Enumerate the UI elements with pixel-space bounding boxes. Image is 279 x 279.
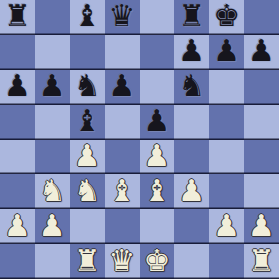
square-g5[interactable] bbox=[209, 105, 244, 140]
square-c3[interactable]: ♞ bbox=[70, 174, 105, 209]
square-f2[interactable] bbox=[174, 209, 209, 244]
square-d3[interactable]: ♝ bbox=[105, 174, 140, 209]
square-g8[interactable]: ♚ bbox=[209, 0, 244, 35]
square-c6[interactable]: ♞ bbox=[70, 70, 105, 105]
square-h8[interactable] bbox=[244, 0, 279, 35]
square-a6[interactable]: ♟ bbox=[0, 70, 35, 105]
square-c8[interactable]: ♝ bbox=[70, 0, 105, 35]
square-a7[interactable] bbox=[0, 35, 35, 70]
square-f8[interactable]: ♜ bbox=[174, 0, 209, 35]
square-f4[interactable] bbox=[174, 140, 209, 175]
square-c7[interactable] bbox=[70, 35, 105, 70]
piece-black-pawn[interactable]: ♟ bbox=[178, 36, 205, 68]
square-d8[interactable]: ♛ bbox=[105, 0, 140, 35]
square-h3[interactable] bbox=[244, 174, 279, 209]
piece-white-knight[interactable]: ♞ bbox=[74, 176, 101, 208]
square-f5[interactable] bbox=[174, 105, 209, 140]
square-f6[interactable]: ♞ bbox=[174, 70, 209, 105]
square-g1[interactable] bbox=[209, 244, 244, 279]
chess-board-container: ♜♝♛♜♚♟♟♟♟♟♞♟♞♝♟♟♟♞♞♝♝♟♟♟♟♟♜♛♚♜ bbox=[0, 0, 279, 279]
piece-black-rook[interactable]: ♜ bbox=[178, 1, 205, 33]
square-h1[interactable]: ♜ bbox=[244, 244, 279, 279]
square-h2[interactable]: ♟ bbox=[244, 209, 279, 244]
square-a3[interactable] bbox=[0, 174, 35, 209]
piece-white-pawn[interactable]: ♟ bbox=[4, 211, 31, 243]
square-h5[interactable] bbox=[244, 105, 279, 140]
square-d1[interactable]: ♛ bbox=[105, 244, 140, 279]
piece-white-pawn[interactable]: ♟ bbox=[248, 211, 275, 243]
square-e3[interactable]: ♝ bbox=[140, 174, 175, 209]
square-e1[interactable]: ♚ bbox=[140, 244, 175, 279]
square-e2[interactable] bbox=[140, 209, 175, 244]
square-f3[interactable]: ♟ bbox=[174, 174, 209, 209]
square-h6[interactable] bbox=[244, 70, 279, 105]
square-e4[interactable]: ♟ bbox=[140, 140, 175, 175]
square-b4[interactable] bbox=[35, 140, 70, 175]
piece-white-pawn[interactable]: ♟ bbox=[213, 211, 240, 243]
square-a2[interactable]: ♟ bbox=[0, 209, 35, 244]
piece-black-pawn[interactable]: ♟ bbox=[4, 71, 31, 103]
square-a5[interactable] bbox=[0, 105, 35, 140]
square-e8[interactable] bbox=[140, 0, 175, 35]
square-g6[interactable] bbox=[209, 70, 244, 105]
square-a1[interactable] bbox=[0, 244, 35, 279]
square-f1[interactable] bbox=[174, 244, 209, 279]
piece-white-rook[interactable]: ♜ bbox=[74, 246, 101, 278]
square-h4[interactable] bbox=[244, 140, 279, 175]
piece-black-bishop[interactable]: ♝ bbox=[74, 106, 101, 138]
square-d6[interactable]: ♟ bbox=[105, 70, 140, 105]
square-c1[interactable]: ♜ bbox=[70, 244, 105, 279]
chess-board: ♜♝♛♜♚♟♟♟♟♟♞♟♞♝♟♟♟♞♞♝♝♟♟♟♟♟♜♛♚♜ bbox=[0, 0, 279, 279]
piece-black-pawn[interactable]: ♟ bbox=[143, 106, 170, 138]
piece-white-pawn[interactable]: ♟ bbox=[178, 176, 205, 208]
piece-white-pawn[interactable]: ♟ bbox=[143, 141, 170, 173]
square-b3[interactable]: ♞ bbox=[35, 174, 70, 209]
square-d5[interactable] bbox=[105, 105, 140, 140]
square-e6[interactable] bbox=[140, 70, 175, 105]
piece-white-king[interactable]: ♚ bbox=[143, 246, 170, 278]
square-g7[interactable]: ♟ bbox=[209, 35, 244, 70]
piece-black-knight[interactable]: ♞ bbox=[178, 71, 205, 103]
square-a4[interactable] bbox=[0, 140, 35, 175]
square-b7[interactable] bbox=[35, 35, 70, 70]
piece-black-pawn[interactable]: ♟ bbox=[248, 36, 275, 68]
piece-white-bishop[interactable]: ♝ bbox=[143, 176, 170, 208]
square-f7[interactable]: ♟ bbox=[174, 35, 209, 70]
square-d2[interactable] bbox=[105, 209, 140, 244]
piece-white-pawn[interactable]: ♟ bbox=[39, 211, 66, 243]
piece-white-queen[interactable]: ♛ bbox=[109, 246, 136, 278]
piece-black-rook[interactable]: ♜ bbox=[4, 1, 31, 33]
piece-white-knight[interactable]: ♞ bbox=[39, 176, 66, 208]
square-b8[interactable] bbox=[35, 0, 70, 35]
square-h7[interactable]: ♟ bbox=[244, 35, 279, 70]
square-e5[interactable]: ♟ bbox=[140, 105, 175, 140]
piece-black-queen[interactable]: ♛ bbox=[109, 1, 136, 33]
piece-white-pawn[interactable]: ♟ bbox=[74, 141, 101, 173]
square-d4[interactable] bbox=[105, 140, 140, 175]
square-c4[interactable]: ♟ bbox=[70, 140, 105, 175]
piece-black-pawn[interactable]: ♟ bbox=[213, 36, 240, 68]
piece-black-bishop[interactable]: ♝ bbox=[74, 1, 101, 33]
square-b1[interactable] bbox=[35, 244, 70, 279]
piece-black-pawn[interactable]: ♟ bbox=[39, 71, 66, 103]
square-b5[interactable] bbox=[35, 105, 70, 140]
piece-black-knight[interactable]: ♞ bbox=[74, 71, 101, 103]
square-b2[interactable]: ♟ bbox=[35, 209, 70, 244]
piece-black-pawn[interactable]: ♟ bbox=[109, 71, 136, 103]
square-c5[interactable]: ♝ bbox=[70, 105, 105, 140]
square-g2[interactable]: ♟ bbox=[209, 209, 244, 244]
square-g4[interactable] bbox=[209, 140, 244, 175]
square-a8[interactable]: ♜ bbox=[0, 0, 35, 35]
square-g3[interactable] bbox=[209, 174, 244, 209]
piece-black-king[interactable]: ♚ bbox=[213, 1, 240, 33]
square-e7[interactable] bbox=[140, 35, 175, 70]
square-c2[interactable] bbox=[70, 209, 105, 244]
square-b6[interactable]: ♟ bbox=[35, 70, 70, 105]
piece-white-rook[interactable]: ♜ bbox=[248, 246, 275, 278]
piece-white-bishop[interactable]: ♝ bbox=[109, 176, 136, 208]
square-d7[interactable] bbox=[105, 35, 140, 70]
